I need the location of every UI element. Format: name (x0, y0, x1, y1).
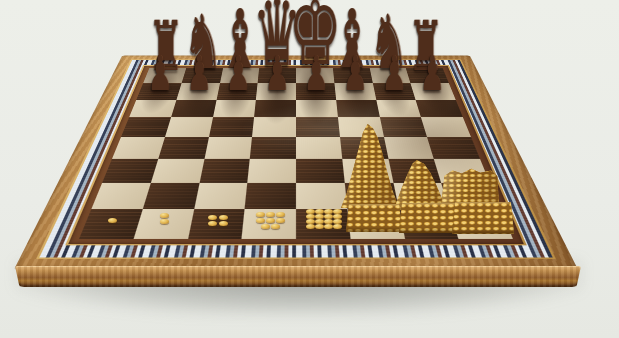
black-pawn-f7: ♟ (342, 49, 367, 97)
coin-layer-h1-128 (452, 202, 514, 234)
square-h6 (416, 100, 463, 118)
square-h5 (421, 117, 471, 137)
square-a4 (112, 137, 165, 159)
square-c6 (213, 100, 257, 118)
square-a3 (102, 159, 158, 183)
square-b4 (158, 137, 208, 159)
black-pawn-g7: ♟ (381, 49, 406, 97)
square-e6 (296, 100, 338, 118)
square-e3 (296, 159, 344, 183)
square-c3 (199, 159, 250, 183)
coin-layer-g1-64 (399, 203, 458, 233)
square-e4 (296, 137, 342, 159)
square-a6 (129, 100, 176, 118)
black-pawn-a7: ♟ (147, 49, 172, 97)
black-pawn-c7: ♟ (225, 49, 250, 97)
square-d6 (254, 100, 296, 118)
chessboard-illustration: ♜ ♞ ♝ ♛ ♚ ♝ ♞ ♜ ♟ ♟ ♟ ♟ ♟ ♟ ♟ ♟ (0, 0, 619, 338)
square-e2 (296, 182, 347, 209)
square-a5 (121, 117, 171, 137)
coin-layer-f1-32 (346, 204, 402, 232)
square-d3 (248, 159, 296, 183)
black-pawn-d7: ♟ (264, 49, 289, 97)
square-d2 (245, 182, 296, 209)
square-e1 (296, 209, 350, 239)
square-c5 (209, 117, 255, 137)
square-d5 (252, 117, 296, 137)
black-pawn-h7: ♟ (419, 49, 444, 97)
square-h4 (427, 137, 480, 159)
square-d4 (250, 137, 296, 159)
square-f6 (336, 100, 380, 118)
square-g5 (379, 117, 427, 137)
square-f5 (338, 117, 384, 137)
square-e5 (296, 117, 340, 137)
square-g6 (376, 100, 421, 118)
square-b2 (143, 182, 200, 209)
square-b6 (171, 100, 216, 118)
square-b5 (165, 117, 213, 137)
black-pawn-b7: ♟ (186, 49, 211, 97)
square-g4 (384, 137, 434, 159)
square-a1 (79, 209, 142, 239)
square-c2 (194, 182, 248, 209)
square-c4 (204, 137, 252, 159)
board-3d-plane (14, 55, 578, 269)
square-a2 (91, 182, 150, 209)
square-b3 (151, 159, 204, 183)
frame-front-face (15, 266, 581, 287)
black-pawn-e7: ♟ (303, 49, 328, 97)
